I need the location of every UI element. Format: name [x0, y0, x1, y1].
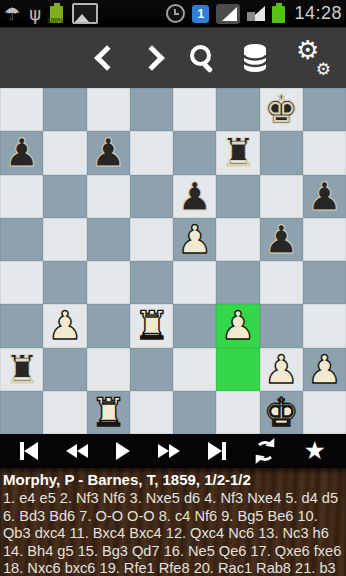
next-game-button[interactable]	[143, 46, 161, 70]
square-a5[interactable]	[0, 218, 43, 261]
alarm-clock-icon	[166, 4, 185, 23]
gear-small-icon: ⚙	[316, 59, 331, 79]
square-b8[interactable]	[43, 88, 86, 131]
rewind-button[interactable]	[66, 439, 88, 463]
battery-icon-2	[272, 6, 285, 23]
star-icon: ★	[304, 439, 326, 463]
square-d5[interactable]	[130, 218, 173, 261]
white-king-g1[interactable]: ♚	[264, 391, 299, 434]
settings-gears-icon: ⚙ ⚙	[296, 41, 330, 75]
skip-to-start-button[interactable]	[20, 439, 38, 463]
usb-icon: ψ	[29, 5, 41, 23]
square-b7[interactable]	[43, 131, 86, 174]
square-a6[interactable]	[0, 175, 43, 218]
chess-app-screen: ☂ ψ 100% 1 14:28	[0, 0, 346, 576]
square-a4[interactable]	[0, 261, 43, 304]
gallery-icon	[72, 3, 98, 24]
square-g1[interactable]: ♚	[260, 391, 303, 434]
search-button[interactable]	[188, 46, 214, 70]
fast-forward-icon-2	[169, 444, 180, 458]
search-icon	[188, 44, 214, 72]
skip-start-icon	[24, 442, 38, 460]
play-icon	[116, 442, 130, 460]
app-toolbar: ⚙ ⚙	[0, 28, 346, 88]
square-h1[interactable]	[303, 391, 346, 434]
black-rook-a2[interactable]: ♜	[4, 348, 39, 391]
square-e3[interactable]	[173, 304, 216, 347]
flip-board-button[interactable]	[254, 439, 276, 463]
white-pawn-b3[interactable]: ♟	[47, 304, 82, 347]
square-a1[interactable]	[0, 391, 43, 434]
status-bar: ☂ ψ 100% 1 14:28	[0, 0, 346, 28]
square-e6[interactable]: ♟	[173, 175, 216, 218]
square-f6[interactable]	[216, 175, 259, 218]
black-pawn-e6[interactable]: ♟	[177, 175, 212, 218]
square-e7[interactable]	[173, 131, 216, 174]
square-b2[interactable]	[43, 348, 86, 391]
square-c8[interactable]	[87, 88, 130, 131]
flip-refresh-icon	[254, 440, 276, 462]
square-f1[interactable]	[216, 391, 259, 434]
square-a2[interactable]: ♜	[0, 348, 43, 391]
square-f4[interactable]	[216, 261, 259, 304]
previous-game-button[interactable]	[98, 46, 116, 70]
battery-icon: 100%	[50, 6, 63, 23]
square-e8[interactable]	[173, 88, 216, 131]
chevron-right-icon	[139, 45, 164, 70]
black-pawn-c7[interactable]: ♟	[91, 131, 126, 174]
square-a3[interactable]	[0, 304, 43, 347]
square-b5[interactable]	[43, 218, 86, 261]
square-b4[interactable]	[43, 261, 86, 304]
square-d6[interactable]	[130, 175, 173, 218]
square-h2[interactable]: ♟	[303, 348, 346, 391]
square-c6[interactable]	[87, 175, 130, 218]
skip-to-end-button[interactable]	[208, 439, 226, 463]
square-c1[interactable]: ♜	[87, 391, 130, 434]
status-bar-left: ☂ ψ 100%	[4, 3, 98, 24]
square-g8[interactable]: ♚	[260, 88, 303, 131]
signal-strength-icon	[247, 6, 265, 21]
square-h3[interactable]	[303, 304, 346, 347]
notification-badge: 1	[192, 5, 209, 23]
status-bar-right: 1 14:28	[166, 3, 342, 24]
chess-board: ♚♟♟♜♟♟♟♟♟♜♟♜♟♟♜♚	[0, 88, 346, 434]
square-f5[interactable]	[216, 218, 259, 261]
square-b1[interactable]	[43, 391, 86, 434]
square-d2[interactable]	[130, 348, 173, 391]
square-c5[interactable]	[87, 218, 130, 261]
white-pawn-h2[interactable]: ♟	[307, 348, 342, 391]
square-d8[interactable]	[130, 88, 173, 131]
square-a7[interactable]: ♟	[0, 131, 43, 174]
square-g5[interactable]: ♟	[260, 218, 303, 261]
game-info-panel[interactable]: Morphy, P - Barnes, T, 1859, 1/2-1/2 1. …	[0, 468, 346, 576]
square-e2[interactable]	[173, 348, 216, 391]
rewind-icon	[66, 444, 77, 458]
square-d7[interactable]	[130, 131, 173, 174]
square-e1[interactable]	[173, 391, 216, 434]
square-f3[interactable]: ♟	[216, 304, 259, 347]
fast-forward-button[interactable]	[158, 439, 180, 463]
black-king-g8[interactable]: ♚	[264, 88, 299, 131]
black-rook-f7[interactable]: ♜	[220, 131, 255, 174]
favorite-button[interactable]: ★	[304, 439, 326, 463]
rewind-icon-2	[77, 444, 88, 458]
game-title: Morphy, P - Barnes, T, 1859, 1/2-1/2	[3, 470, 343, 489]
square-c7[interactable]: ♟	[87, 131, 130, 174]
square-f8[interactable]	[216, 88, 259, 131]
square-h7[interactable]	[303, 131, 346, 174]
chevron-left-icon	[94, 45, 119, 70]
square-g6[interactable]	[260, 175, 303, 218]
skip-end-icon	[208, 442, 222, 460]
white-rook-c1[interactable]: ♜	[91, 391, 126, 434]
black-pawn-g5[interactable]: ♟	[264, 218, 299, 261]
square-g4[interactable]	[260, 261, 303, 304]
square-g7[interactable]	[260, 131, 303, 174]
signal-strength-boxed-icon	[216, 4, 240, 24]
square-b6[interactable]	[43, 175, 86, 218]
square-h5[interactable]	[303, 218, 346, 261]
square-d1[interactable]	[130, 391, 173, 434]
square-g2[interactable]: ♟	[260, 348, 303, 391]
square-g3[interactable]	[260, 304, 303, 347]
database-icon	[241, 43, 269, 73]
settings-button[interactable]: ⚙ ⚙	[296, 46, 330, 70]
black-pawn-h6[interactable]: ♟	[307, 175, 342, 218]
play-button[interactable]	[116, 439, 130, 463]
square-c2[interactable]	[87, 348, 130, 391]
square-a8[interactable]	[0, 88, 43, 131]
move-list[interactable]: 1. e4 e5 2. Nf3 Nf6 3. Nxe5 d6 4. Nf3 Nx…	[3, 490, 343, 576]
bar-icon-2	[222, 442, 226, 460]
black-pawn-a7[interactable]: ♟	[4, 131, 39, 174]
square-f2[interactable]	[216, 348, 259, 391]
square-d3[interactable]: ♜	[130, 304, 173, 347]
square-c4[interactable]	[87, 261, 130, 304]
square-h8[interactable]	[303, 88, 346, 131]
white-pawn-f3[interactable]: ♟	[220, 304, 255, 347]
square-h4[interactable]	[303, 261, 346, 304]
playback-controls: ★	[0, 434, 346, 468]
white-pawn-e5[interactable]: ♟	[177, 218, 212, 261]
fast-forward-icon	[158, 444, 169, 458]
white-pawn-g2[interactable]: ♟	[264, 348, 299, 391]
square-e5[interactable]: ♟	[173, 218, 216, 261]
white-rook-d3[interactable]: ♜	[134, 304, 169, 347]
square-f7[interactable]: ♜	[216, 131, 259, 174]
status-bar-clock: 14:28	[294, 3, 342, 24]
square-e4[interactable]	[173, 261, 216, 304]
umbrella-icon: ☂	[4, 5, 20, 23]
battery-percent-label: 100%	[47, 17, 64, 24]
square-b3[interactable]: ♟	[43, 304, 86, 347]
square-c3[interactable]	[87, 304, 130, 347]
square-h6[interactable]: ♟	[303, 175, 346, 218]
database-button[interactable]	[241, 46, 269, 70]
square-d4[interactable]	[130, 261, 173, 304]
